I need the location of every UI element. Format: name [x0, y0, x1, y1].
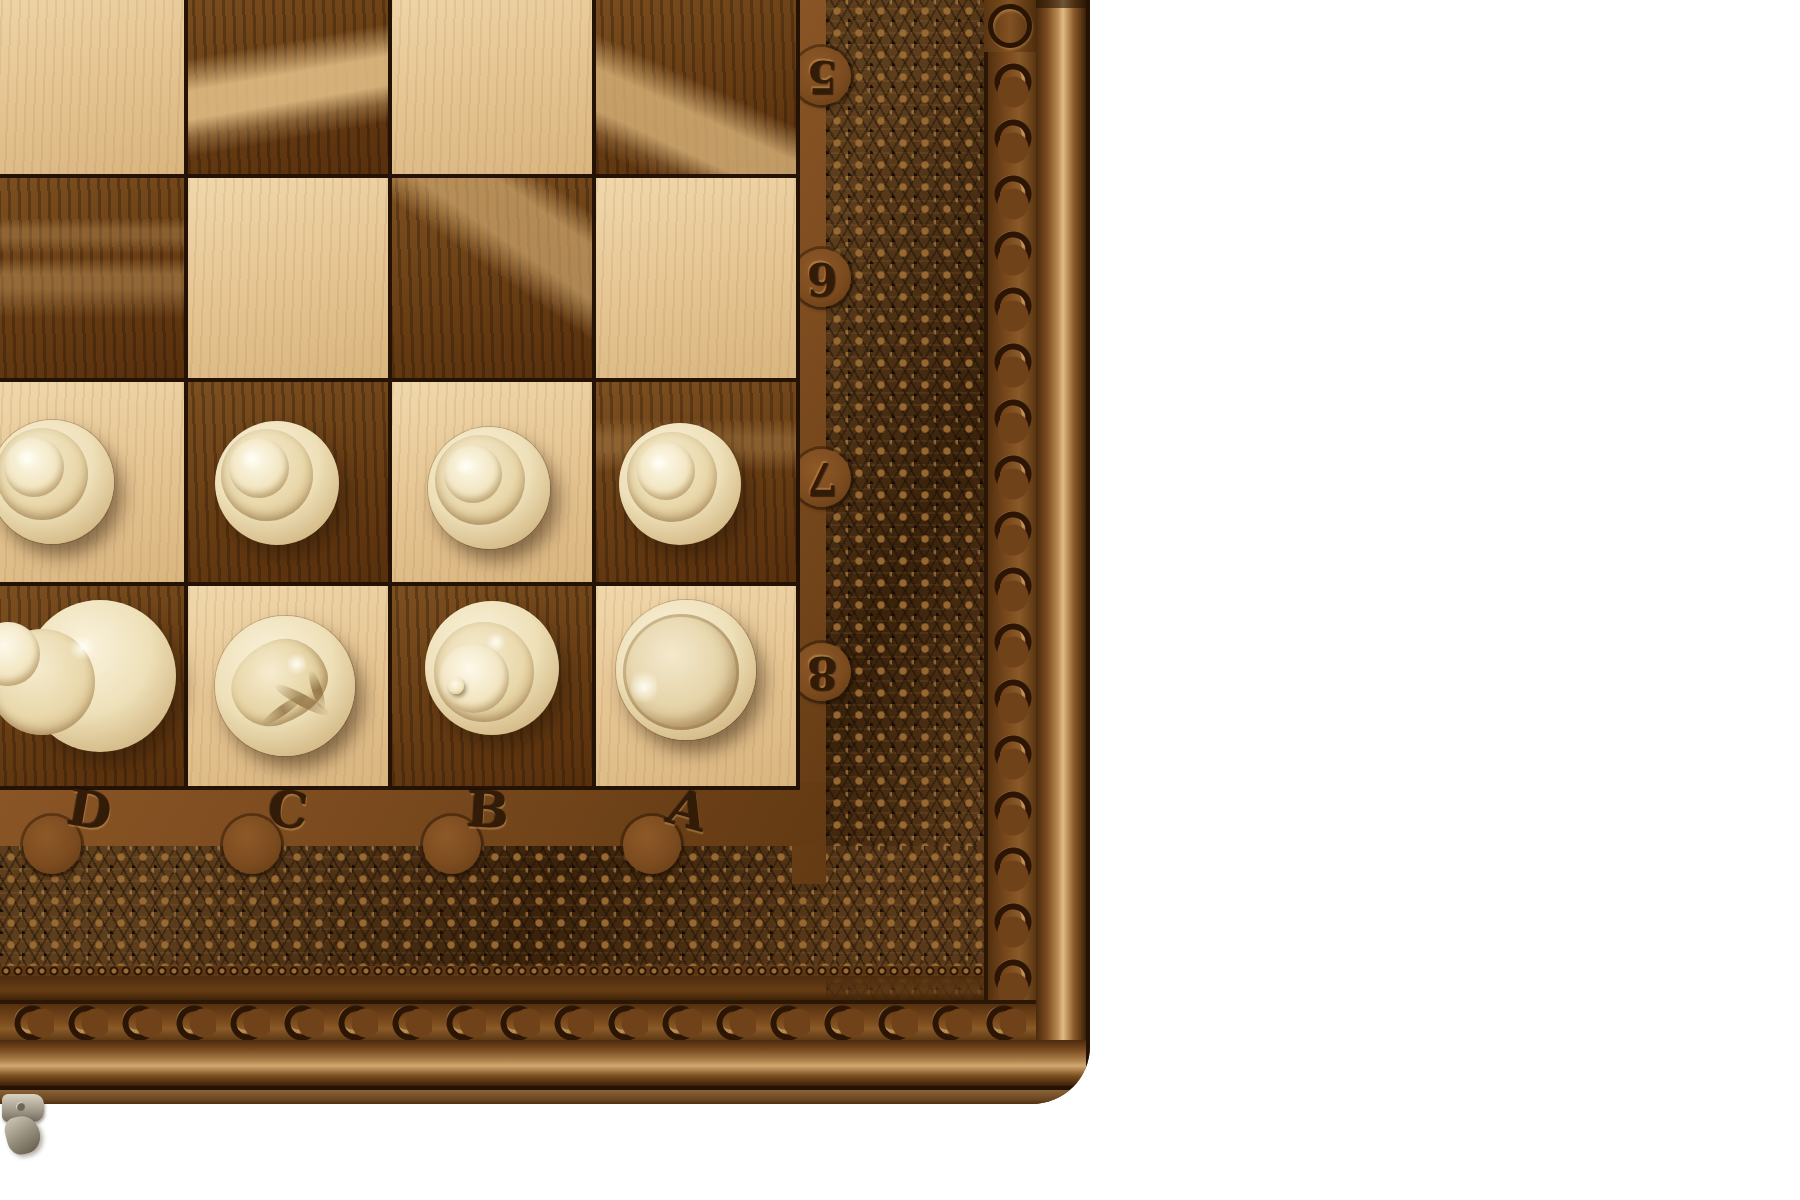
rank-label-6: 6: [807, 253, 838, 304]
square-a6[interactable]: [596, 178, 796, 378]
carved-circle-icon: [988, 4, 1032, 48]
file-label-b: B: [465, 779, 510, 840]
rank-label-5: 5: [807, 51, 838, 102]
pawn-head-dome: [637, 442, 695, 500]
chevron-chain-moulding-right: [984, 52, 1040, 1000]
square-b5[interactable]: [392, 0, 592, 174]
rope-chain-moulding-bottom: [0, 1000, 1036, 1044]
pawn-highlight: [455, 456, 475, 476]
square-d5[interactable]: [0, 0, 184, 174]
metal-clasp: [2, 1094, 50, 1160]
pawn-highlight: [15, 447, 37, 469]
rank-label-7: 7: [807, 453, 838, 504]
square-b6[interactable]: [392, 178, 592, 378]
square-d6[interactable]: [0, 178, 184, 378]
square-c5[interactable]: [188, 0, 388, 174]
queen-highlight: [69, 635, 95, 661]
beaded-moulding: [0, 966, 984, 976]
polished-outer-edge-bottom: [0, 1040, 1086, 1086]
bishop-highlight: [486, 632, 506, 652]
chessboard-box: 5 6 7 8 D C B A: [0, 0, 1090, 1104]
square-c6[interactable]: [188, 178, 388, 378]
square-a5[interactable]: [596, 0, 796, 174]
rank-label-8: 8: [807, 647, 838, 698]
pawn-head-dome: [4, 437, 64, 497]
pawn-highlight: [240, 448, 262, 470]
bishop-tip: [448, 678, 464, 694]
clasp-screw: [16, 1102, 25, 1111]
box-side-sliver: [0, 1090, 1090, 1104]
photo-stage: 5 6 7 8 D C B A: [0, 0, 1800, 1200]
pawn-head-dome: [229, 438, 289, 498]
carved-star-band-bottom: [0, 846, 984, 966]
rook-highlight: [631, 667, 657, 707]
top-right-shadow-cap: [1036, 0, 1090, 8]
knight-highlight: [286, 653, 308, 675]
lid-edge-line-right: [1086, 0, 1090, 1090]
pawn-head-dome: [444, 445, 502, 503]
frame-groove: [0, 976, 984, 1000]
file-label-c: C: [265, 779, 311, 842]
pawn-highlight: [648, 453, 668, 473]
bishop-cone: [439, 643, 509, 713]
polished-outer-edge-right: [1036, 0, 1086, 1040]
